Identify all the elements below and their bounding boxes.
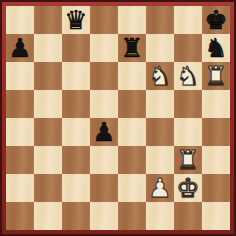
white-pawn[interactable]: ♟ — [148, 174, 171, 202]
square-b3[interactable] — [34, 146, 62, 174]
square-d4[interactable]: ♟ — [90, 118, 118, 146]
board-frame: ♛♚♟♜♞♞♞♜♟♜♟♚ — [0, 0, 236, 236]
square-f3[interactable] — [146, 146, 174, 174]
square-e3[interactable] — [118, 146, 146, 174]
black-queen[interactable]: ♛ — [64, 6, 87, 34]
square-g4[interactable] — [174, 118, 202, 146]
square-d5[interactable] — [90, 90, 118, 118]
white-rook[interactable]: ♜ — [176, 146, 199, 174]
square-d8[interactable] — [90, 6, 118, 34]
square-b7[interactable] — [34, 34, 62, 62]
square-a6[interactable] — [6, 62, 34, 90]
square-d2[interactable] — [90, 174, 118, 202]
square-a4[interactable] — [6, 118, 34, 146]
square-e6[interactable] — [118, 62, 146, 90]
square-d6[interactable] — [90, 62, 118, 90]
square-c1[interactable] — [62, 202, 90, 230]
square-c6[interactable] — [62, 62, 90, 90]
square-f1[interactable] — [146, 202, 174, 230]
square-e4[interactable] — [118, 118, 146, 146]
square-c7[interactable] — [62, 34, 90, 62]
black-knight[interactable]: ♞ — [204, 34, 227, 62]
square-a7[interactable]: ♟ — [6, 34, 34, 62]
square-b6[interactable] — [34, 62, 62, 90]
chess-board: ♛♚♟♜♞♞♞♜♟♜♟♚ — [6, 6, 230, 230]
black-rook[interactable]: ♜ — [120, 34, 143, 62]
white-king[interactable]: ♚ — [176, 174, 199, 202]
white-rook[interactable]: ♜ — [204, 62, 227, 90]
square-c5[interactable] — [62, 90, 90, 118]
square-c8[interactable]: ♛ — [62, 6, 90, 34]
square-a8[interactable] — [6, 6, 34, 34]
square-g1[interactable] — [174, 202, 202, 230]
square-h3[interactable] — [202, 146, 230, 174]
square-f6[interactable]: ♞ — [146, 62, 174, 90]
square-c2[interactable] — [62, 174, 90, 202]
black-pawn[interactable]: ♟ — [8, 34, 31, 62]
square-b1[interactable] — [34, 202, 62, 230]
square-g7[interactable] — [174, 34, 202, 62]
square-b8[interactable] — [34, 6, 62, 34]
square-f2[interactable]: ♟ — [146, 174, 174, 202]
square-d7[interactable] — [90, 34, 118, 62]
square-e2[interactable] — [118, 174, 146, 202]
square-h1[interactable] — [202, 202, 230, 230]
square-f5[interactable] — [146, 90, 174, 118]
square-e7[interactable]: ♜ — [118, 34, 146, 62]
black-king[interactable]: ♚ — [204, 6, 227, 34]
square-d1[interactable] — [90, 202, 118, 230]
square-f7[interactable] — [146, 34, 174, 62]
square-f4[interactable] — [146, 118, 174, 146]
square-g2[interactable]: ♚ — [174, 174, 202, 202]
square-b2[interactable] — [34, 174, 62, 202]
square-e1[interactable] — [118, 202, 146, 230]
white-knight[interactable]: ♞ — [148, 62, 171, 90]
square-b4[interactable] — [34, 118, 62, 146]
square-h8[interactable]: ♚ — [202, 6, 230, 34]
square-e5[interactable] — [118, 90, 146, 118]
square-h5[interactable] — [202, 90, 230, 118]
square-a3[interactable] — [6, 146, 34, 174]
white-knight[interactable]: ♞ — [176, 62, 199, 90]
square-d3[interactable] — [90, 146, 118, 174]
square-c4[interactable] — [62, 118, 90, 146]
square-g6[interactable]: ♞ — [174, 62, 202, 90]
square-a2[interactable] — [6, 174, 34, 202]
square-e8[interactable] — [118, 6, 146, 34]
black-pawn[interactable]: ♟ — [92, 118, 115, 146]
square-h2[interactable] — [202, 174, 230, 202]
square-g8[interactable] — [174, 6, 202, 34]
square-g5[interactable] — [174, 90, 202, 118]
square-c3[interactable] — [62, 146, 90, 174]
square-b5[interactable] — [34, 90, 62, 118]
square-f8[interactable] — [146, 6, 174, 34]
square-h7[interactable]: ♞ — [202, 34, 230, 62]
square-a5[interactable] — [6, 90, 34, 118]
square-h6[interactable]: ♜ — [202, 62, 230, 90]
square-h4[interactable] — [202, 118, 230, 146]
square-a1[interactable] — [6, 202, 34, 230]
square-g3[interactable]: ♜ — [174, 146, 202, 174]
